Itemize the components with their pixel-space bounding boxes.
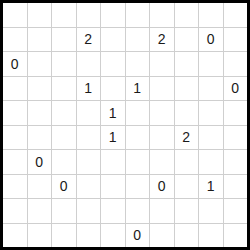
cell-r3c2[interactable] xyxy=(28,52,52,76)
cell-r3c1-clue: 0 xyxy=(3,52,27,76)
cell-r7c10[interactable] xyxy=(224,150,248,174)
cell-r9c5[interactable] xyxy=(101,199,125,223)
cell-r7c3[interactable] xyxy=(52,150,76,174)
cell-r8c9-clue: 1 xyxy=(199,175,223,199)
cell-r10c6-clue: 0 xyxy=(126,224,150,248)
cell-r7c7[interactable] xyxy=(150,150,174,174)
cell-r2c9-clue: 0 xyxy=(199,28,223,52)
cell-r6c6[interactable] xyxy=(126,126,150,150)
cell-r7c6[interactable] xyxy=(126,150,150,174)
cell-r8c5[interactable] xyxy=(101,175,125,199)
cell-r1c7[interactable] xyxy=(150,3,174,27)
cell-r9c9[interactable] xyxy=(199,199,223,223)
cell-r8c7-clue: 0 xyxy=(150,175,174,199)
cell-r4c3[interactable] xyxy=(52,77,76,101)
cell-r7c1[interactable] xyxy=(3,150,27,174)
cell-r2c5[interactable] xyxy=(101,28,125,52)
cell-r1c10[interactable] xyxy=(224,3,248,27)
cell-r7c2-clue: 0 xyxy=(28,150,52,174)
cell-r1c6[interactable] xyxy=(126,3,150,27)
cell-r10c10[interactable] xyxy=(224,224,248,248)
cell-r4c6-clue: 1 xyxy=(126,77,150,101)
cell-r7c8[interactable] xyxy=(175,150,199,174)
cell-r10c1[interactable] xyxy=(3,224,27,248)
cell-r5c2[interactable] xyxy=(28,101,52,125)
cell-r3c5[interactable] xyxy=(101,52,125,76)
cell-r5c9[interactable] xyxy=(199,101,223,125)
cell-r6c3[interactable] xyxy=(52,126,76,150)
cell-r10c2[interactable] xyxy=(28,224,52,248)
cell-r9c3[interactable] xyxy=(52,199,76,223)
cell-r8c1[interactable] xyxy=(3,175,27,199)
cell-r4c9[interactable] xyxy=(199,77,223,101)
cell-r4c10-clue: 0 xyxy=(224,77,248,101)
cell-r10c3[interactable] xyxy=(52,224,76,248)
minesweeper-board: 220011011200010 xyxy=(0,0,250,250)
cell-r7c9[interactable] xyxy=(199,150,223,174)
cell-r7c5[interactable] xyxy=(101,150,125,174)
cell-r5c5-clue: 1 xyxy=(101,101,125,125)
cell-r7c4[interactable] xyxy=(77,150,101,174)
cell-r4c5[interactable] xyxy=(101,77,125,101)
cell-r2c2[interactable] xyxy=(28,28,52,52)
cell-r3c9[interactable] xyxy=(199,52,223,76)
cell-r5c1[interactable] xyxy=(3,101,27,125)
cell-r3c3[interactable] xyxy=(52,52,76,76)
cell-r3c6[interactable] xyxy=(126,52,150,76)
cell-r1c2[interactable] xyxy=(28,3,52,27)
cell-r6c5-clue: 1 xyxy=(101,126,125,150)
cell-r4c4-clue: 1 xyxy=(77,77,101,101)
cell-r1c9[interactable] xyxy=(199,3,223,27)
cell-r4c2[interactable] xyxy=(28,77,52,101)
cell-r2c3[interactable] xyxy=(52,28,76,52)
cell-r2c7-clue: 2 xyxy=(150,28,174,52)
cell-r10c9[interactable] xyxy=(199,224,223,248)
cell-r9c6[interactable] xyxy=(126,199,150,223)
cell-r2c1[interactable] xyxy=(3,28,27,52)
cell-r9c2[interactable] xyxy=(28,199,52,223)
cell-r10c7[interactable] xyxy=(150,224,174,248)
cell-r9c8[interactable] xyxy=(175,199,199,223)
cell-r4c8[interactable] xyxy=(175,77,199,101)
cell-r8c4[interactable] xyxy=(77,175,101,199)
cell-r6c8-clue: 2 xyxy=(175,126,199,150)
cell-r2c10[interactable] xyxy=(224,28,248,52)
cell-r2c8[interactable] xyxy=(175,28,199,52)
cell-r4c1[interactable] xyxy=(3,77,27,101)
cell-r8c6[interactable] xyxy=(126,175,150,199)
cell-r6c2[interactable] xyxy=(28,126,52,150)
puzzle-stage: 220011011200010 xyxy=(0,0,250,250)
cell-r1c5[interactable] xyxy=(101,3,125,27)
cell-r5c7[interactable] xyxy=(150,101,174,125)
cell-r9c1[interactable] xyxy=(3,199,27,223)
cell-r5c4[interactable] xyxy=(77,101,101,125)
cell-r8c10[interactable] xyxy=(224,175,248,199)
cell-r3c4[interactable] xyxy=(77,52,101,76)
cell-r9c10[interactable] xyxy=(224,199,248,223)
cell-r8c2[interactable] xyxy=(28,175,52,199)
cell-r6c4[interactable] xyxy=(77,126,101,150)
cell-r9c7[interactable] xyxy=(150,199,174,223)
cell-r10c5[interactable] xyxy=(101,224,125,248)
cell-r2c4-clue: 2 xyxy=(77,28,101,52)
cell-r6c10[interactable] xyxy=(224,126,248,150)
cell-r5c8[interactable] xyxy=(175,101,199,125)
cell-r6c9[interactable] xyxy=(199,126,223,150)
cell-r5c3[interactable] xyxy=(52,101,76,125)
cell-r6c7[interactable] xyxy=(150,126,174,150)
cell-r6c1[interactable] xyxy=(3,126,27,150)
cell-r3c7[interactable] xyxy=(150,52,174,76)
cell-r2c6[interactable] xyxy=(126,28,150,52)
cell-r3c8[interactable] xyxy=(175,52,199,76)
cell-r10c4[interactable] xyxy=(77,224,101,248)
cell-r8c8[interactable] xyxy=(175,175,199,199)
cell-r1c8[interactable] xyxy=(175,3,199,27)
cell-r1c1[interactable] xyxy=(3,3,27,27)
cell-r4c7[interactable] xyxy=(150,77,174,101)
cell-r1c4[interactable] xyxy=(77,3,101,27)
cell-r5c6[interactable] xyxy=(126,101,150,125)
cell-r5c10[interactable] xyxy=(224,101,248,125)
cell-r9c4[interactable] xyxy=(77,199,101,223)
cell-r10c8[interactable] xyxy=(175,224,199,248)
cell-r8c3-clue: 0 xyxy=(52,175,76,199)
cell-r1c3[interactable] xyxy=(52,3,76,27)
cell-r3c10[interactable] xyxy=(224,52,248,76)
